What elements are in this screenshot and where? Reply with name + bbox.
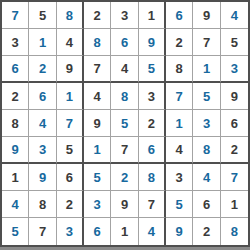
cell-r5c4[interactable]: 9 (84, 110, 111, 137)
cell-r7c2[interactable]: 9 (29, 164, 56, 191)
cell-r7c6[interactable]: 8 (139, 164, 166, 191)
cell-r7c4[interactable]: 5 (84, 164, 111, 191)
cell-r9c9[interactable]: 8 (221, 218, 248, 245)
cell-r4c3[interactable]: 1 (57, 83, 84, 110)
cell-r6c3[interactable]: 5 (57, 137, 84, 164)
cell-r7c7[interactable]: 3 (166, 164, 193, 191)
cell-r5c7[interactable]: 1 (166, 110, 193, 137)
cell-r5c9[interactable]: 6 (221, 110, 248, 137)
cell-r9c8[interactable]: 2 (193, 218, 220, 245)
cell-r6c2[interactable]: 3 (29, 137, 56, 164)
cell-r2c1[interactable]: 3 (2, 29, 29, 56)
cell-r2c2[interactable]: 1 (29, 29, 56, 56)
cell-r4c8[interactable]: 5 (193, 83, 220, 110)
cell-r4c5[interactable]: 8 (111, 83, 138, 110)
cell-r5c5[interactable]: 5 (111, 110, 138, 137)
cell-r8c5[interactable]: 9 (111, 191, 138, 218)
cell-r3c1[interactable]: 6 (2, 56, 29, 83)
cell-r4c4[interactable]: 4 (84, 83, 111, 110)
cell-r6c5[interactable]: 7 (111, 137, 138, 164)
cell-r9c7[interactable]: 9 (166, 218, 193, 245)
cell-r6c9[interactable]: 2 (221, 137, 248, 164)
cell-r4c7[interactable]: 7 (166, 83, 193, 110)
cell-r7c8[interactable]: 4 (193, 164, 220, 191)
cell-r1c4[interactable]: 2 (84, 2, 111, 29)
cell-r1c3[interactable]: 8 (57, 2, 84, 29)
cell-r1c8[interactable]: 9 (193, 2, 220, 29)
cell-r6c7[interactable]: 4 (166, 137, 193, 164)
cell-r2c5[interactable]: 6 (111, 29, 138, 56)
cell-r8c8[interactable]: 6 (193, 191, 220, 218)
cell-r2c6[interactable]: 9 (139, 29, 166, 56)
cell-r3c8[interactable]: 1 (193, 56, 220, 83)
cell-r3c3[interactable]: 9 (57, 56, 84, 83)
cell-r6c4[interactable]: 1 (84, 137, 111, 164)
cell-r1c2[interactable]: 5 (29, 2, 56, 29)
cell-r6c1[interactable]: 9 (2, 137, 29, 164)
cell-r5c1[interactable]: 8 (2, 110, 29, 137)
cell-r2c7[interactable]: 2 (166, 29, 193, 56)
cell-r3c2[interactable]: 2 (29, 56, 56, 83)
cell-r4c9[interactable]: 9 (221, 83, 248, 110)
cell-r8c3[interactable]: 2 (57, 191, 84, 218)
cell-r1c5[interactable]: 3 (111, 2, 138, 29)
cell-r8c9[interactable]: 1 (221, 191, 248, 218)
cell-r7c5[interactable]: 2 (111, 164, 138, 191)
cell-r3c7[interactable]: 8 (166, 56, 193, 83)
cell-r1c9[interactable]: 4 (221, 2, 248, 29)
cell-r2c9[interactable]: 5 (221, 29, 248, 56)
cell-r8c4[interactable]: 3 (84, 191, 111, 218)
cell-r3c5[interactable]: 4 (111, 56, 138, 83)
cell-r1c6[interactable]: 1 (139, 2, 166, 29)
cell-r9c3[interactable]: 3 (57, 218, 84, 245)
sudoku-grid: 7582316943148692756297458132614837598479… (2, 2, 248, 245)
cell-r3c9[interactable]: 3 (221, 56, 248, 83)
cell-r9c4[interactable]: 6 (84, 218, 111, 245)
cell-r8c6[interactable]: 7 (139, 191, 166, 218)
cell-r3c6[interactable]: 5 (139, 56, 166, 83)
cell-r2c3[interactable]: 4 (57, 29, 84, 56)
cell-r9c2[interactable]: 7 (29, 218, 56, 245)
cell-r2c8[interactable]: 7 (193, 29, 220, 56)
cell-r8c7[interactable]: 5 (166, 191, 193, 218)
cell-r4c1[interactable]: 2 (2, 83, 29, 110)
cell-r7c3[interactable]: 6 (57, 164, 84, 191)
cell-r8c2[interactable]: 8 (29, 191, 56, 218)
cell-r1c1[interactable]: 7 (2, 2, 29, 29)
cell-r7c9[interactable]: 7 (221, 164, 248, 191)
cell-r6c8[interactable]: 8 (193, 137, 220, 164)
cell-r7c1[interactable]: 1 (2, 164, 29, 191)
cell-r4c6[interactable]: 3 (139, 83, 166, 110)
sudoku-board: 7582316943148692756297458132614837598479… (0, 0, 250, 247)
cell-r5c6[interactable]: 2 (139, 110, 166, 137)
cell-r1c7[interactable]: 6 (166, 2, 193, 29)
cell-r8c1[interactable]: 4 (2, 191, 29, 218)
cell-r3c4[interactable]: 7 (84, 56, 111, 83)
cell-r4c2[interactable]: 6 (29, 83, 56, 110)
cell-r5c8[interactable]: 3 (193, 110, 220, 137)
cell-r9c5[interactable]: 1 (111, 218, 138, 245)
cell-r5c2[interactable]: 4 (29, 110, 56, 137)
cell-r5c3[interactable]: 7 (57, 110, 84, 137)
cell-r9c6[interactable]: 4 (139, 218, 166, 245)
cell-r9c1[interactable]: 5 (2, 218, 29, 245)
cell-r6c6[interactable]: 6 (139, 137, 166, 164)
cell-r2c4[interactable]: 8 (84, 29, 111, 56)
